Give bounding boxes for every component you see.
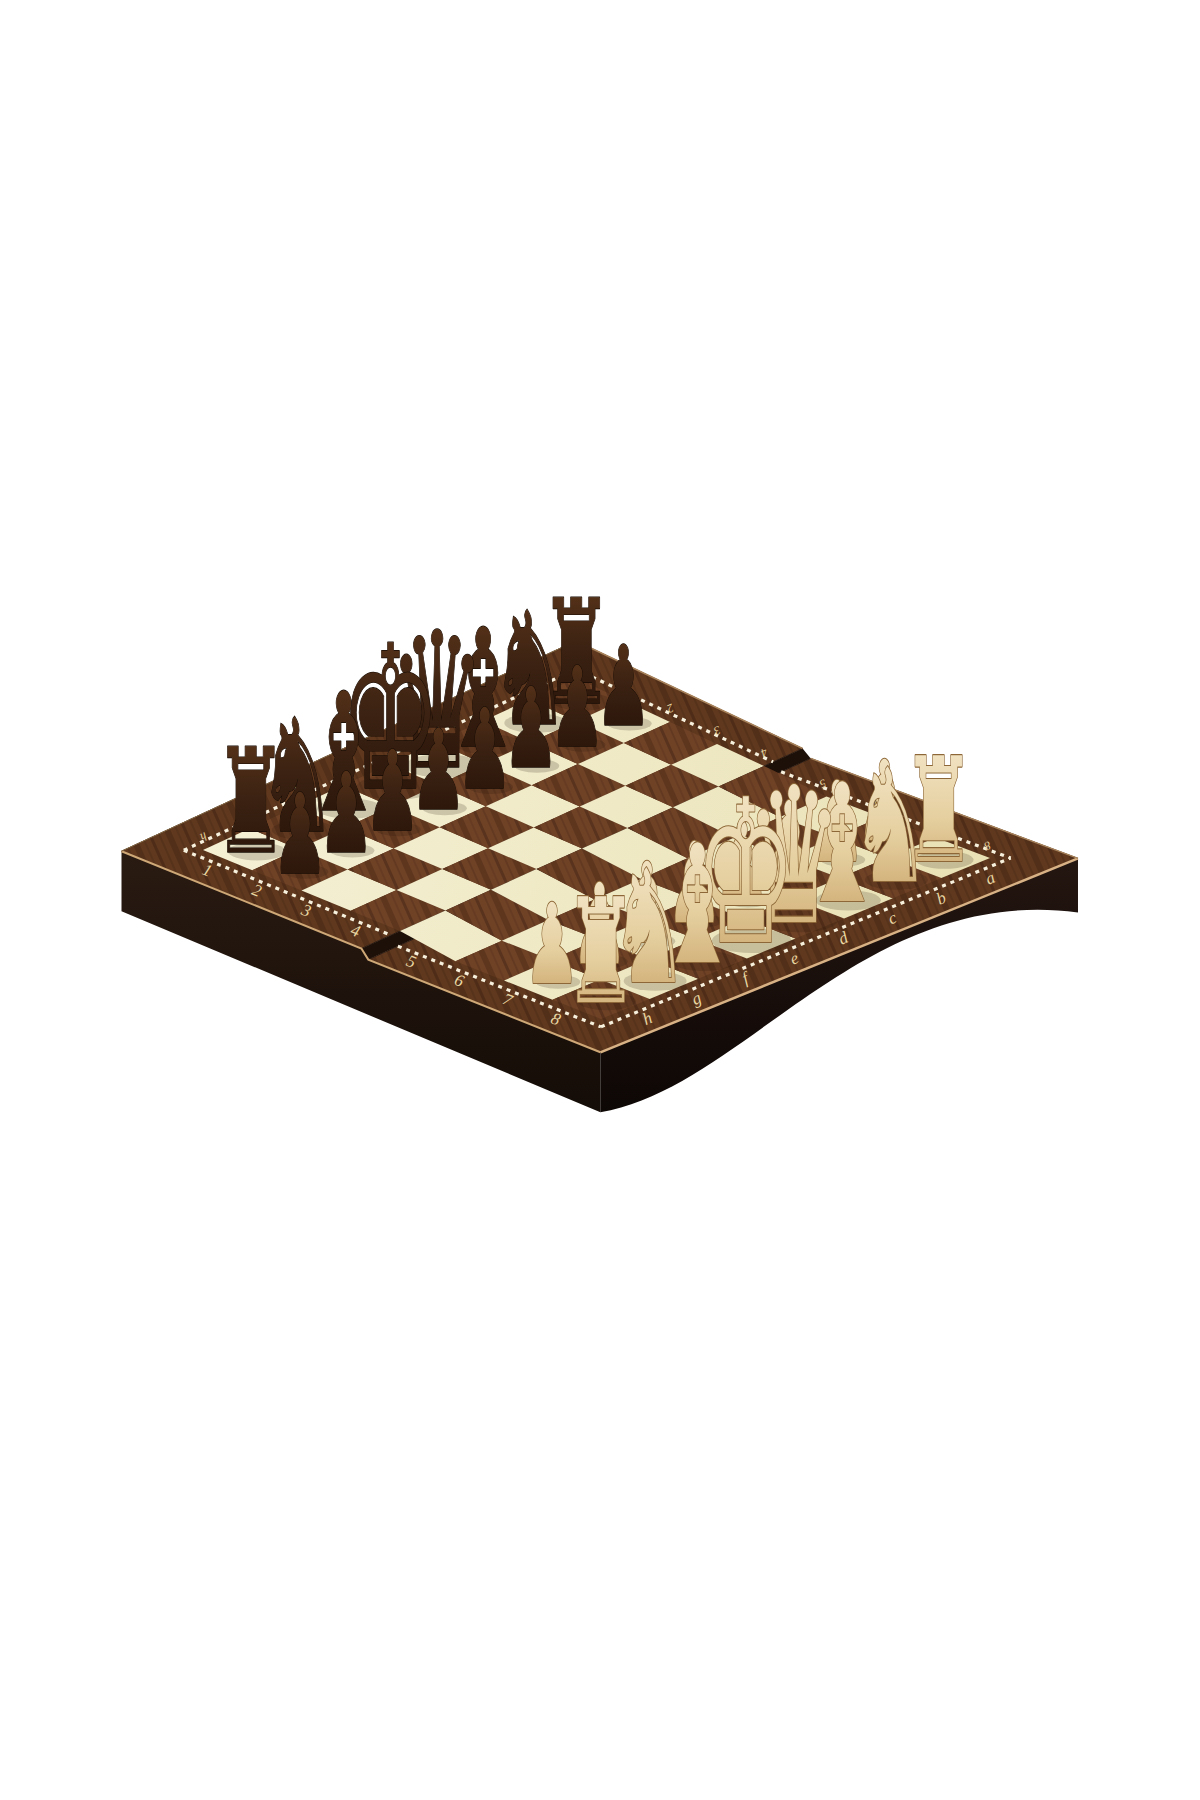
chess-set-product-photo: 1122334455667788hhggffeeddccbbaa♜♞♟♝♟♛♟♟… xyxy=(0,0,1200,1800)
piece-light-rook-h8[interactable]: ♜ xyxy=(564,867,638,1036)
chess-board-scene: 1122334455667788hhggffeeddccbbaa♜♞♟♝♟♛♟♟… xyxy=(0,0,1200,1800)
piece-dark-pawn-h2[interactable]: ♟ xyxy=(271,770,328,899)
